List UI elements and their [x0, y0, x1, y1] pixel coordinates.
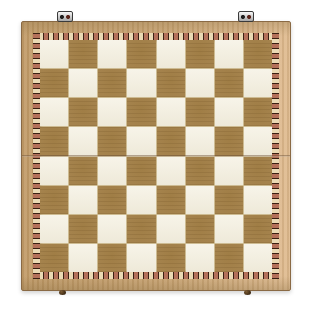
square-f4 — [186, 157, 214, 185]
square-a5 — [40, 127, 68, 155]
inlay-border-bottom — [33, 272, 279, 279]
square-h2 — [244, 215, 272, 243]
square-e3 — [157, 186, 185, 214]
square-c1 — [98, 244, 126, 272]
square-f3 — [186, 186, 214, 214]
square-e6 — [157, 98, 185, 126]
square-a2 — [40, 215, 68, 243]
square-g7 — [215, 69, 243, 97]
right-clasp-pin — [244, 290, 251, 295]
square-h7 — [244, 69, 272, 97]
square-c4 — [98, 157, 126, 185]
square-b2 — [69, 215, 97, 243]
playing-surface — [40, 40, 272, 272]
product-photo — [0, 0, 310, 310]
square-e4 — [157, 157, 185, 185]
square-f1 — [186, 244, 214, 272]
square-b8 — [69, 40, 97, 68]
square-a6 — [40, 98, 68, 126]
square-a4 — [40, 157, 68, 185]
square-c5 — [98, 127, 126, 155]
square-g2 — [215, 215, 243, 243]
inlay-border-right — [272, 33, 279, 279]
square-h3 — [244, 186, 272, 214]
inlay-border-left — [33, 33, 40, 279]
square-f7 — [186, 69, 214, 97]
square-d8 — [127, 40, 155, 68]
square-c2 — [98, 215, 126, 243]
square-d2 — [127, 215, 155, 243]
right-hinge — [238, 11, 254, 22]
square-h5 — [244, 127, 272, 155]
square-f2 — [186, 215, 214, 243]
left-hinge — [57, 11, 73, 22]
square-e8 — [157, 40, 185, 68]
square-c3 — [98, 186, 126, 214]
square-f5 — [186, 127, 214, 155]
square-b6 — [69, 98, 97, 126]
square-c8 — [98, 40, 126, 68]
square-g5 — [215, 127, 243, 155]
square-h4 — [244, 157, 272, 185]
square-b4 — [69, 157, 97, 185]
square-g8 — [215, 40, 243, 68]
square-b3 — [69, 186, 97, 214]
square-d3 — [127, 186, 155, 214]
square-e1 — [157, 244, 185, 272]
square-h6 — [244, 98, 272, 126]
square-f8 — [186, 40, 214, 68]
square-e5 — [157, 127, 185, 155]
square-g3 — [215, 186, 243, 214]
square-f6 — [186, 98, 214, 126]
square-a8 — [40, 40, 68, 68]
square-b5 — [69, 127, 97, 155]
square-e7 — [157, 69, 185, 97]
square-a3 — [40, 186, 68, 214]
left-clasp-pin — [59, 290, 66, 295]
square-d4 — [127, 157, 155, 185]
square-g6 — [215, 98, 243, 126]
square-a7 — [40, 69, 68, 97]
square-d7 — [127, 69, 155, 97]
square-h8 — [244, 40, 272, 68]
square-a1 — [40, 244, 68, 272]
square-e2 — [157, 215, 185, 243]
square-c7 — [98, 69, 126, 97]
square-d5 — [127, 127, 155, 155]
chess-board — [21, 21, 291, 291]
square-b7 — [69, 69, 97, 97]
square-c6 — [98, 98, 126, 126]
square-h1 — [244, 244, 272, 272]
square-b1 — [69, 244, 97, 272]
square-d6 — [127, 98, 155, 126]
inlay-border-top — [33, 33, 279, 40]
square-g1 — [215, 244, 243, 272]
square-d1 — [127, 244, 155, 272]
square-g4 — [215, 157, 243, 185]
